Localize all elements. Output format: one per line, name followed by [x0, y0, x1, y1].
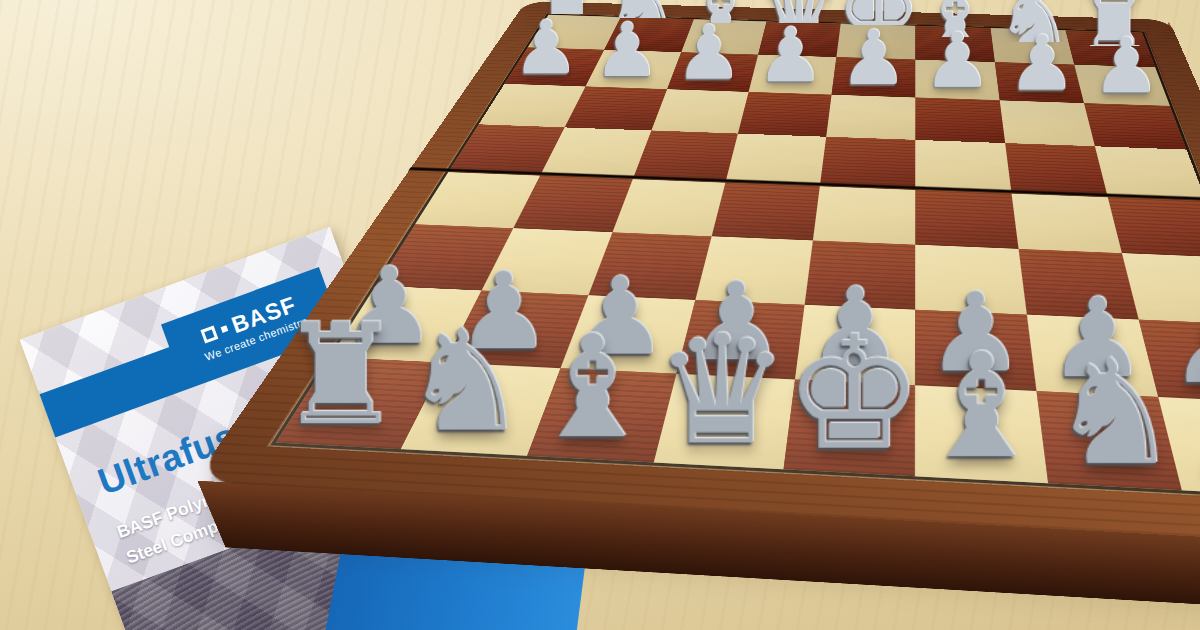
square-e4[interactable]	[813, 185, 915, 244]
board-frame: ♜♞♝♛♚♝♞♜♟♟♟♟♟♟♟♟♟♟♟♟♟♟♟♟♜♞♝♛♚♝♞♜	[194, 1, 1200, 548]
square-f1[interactable]: ♝	[915, 385, 1048, 483]
square-d6[interactable]	[738, 92, 831, 137]
square-c7[interactable]: ♟	[667, 52, 759, 92]
square-c4[interactable]	[612, 178, 726, 236]
piece-black-pawn[interactable]: ♟	[915, 25, 999, 97]
piece-black-pawn[interactable]: ♟	[1084, 30, 1168, 103]
piece-black-pawn[interactable]: ♟	[999, 27, 1083, 99]
square-f6[interactable]	[915, 97, 1005, 143]
square-e5[interactable]	[820, 137, 915, 189]
square-h4[interactable]	[1108, 196, 1200, 257]
square-g1[interactable]: ♞	[1036, 391, 1182, 490]
piece-black-pawn[interactable]: ♟	[505, 13, 587, 84]
board-tilt: ♜♞♝♛♚♝♞♜♟♟♟♟♟♟♟♟♟♟♟♟♟♟♟♟♜♞♝♛♚♝♞♜	[194, 1, 1200, 548]
piece-white-king[interactable]: ♚	[784, 320, 915, 468]
square-d1[interactable]: ♛	[654, 374, 795, 469]
square-d7[interactable]: ♟	[749, 55, 837, 95]
piece-white-rook[interactable]: ♜	[277, 309, 404, 442]
square-g4[interactable]	[1011, 192, 1122, 253]
piece-white-knight[interactable]: ♞	[401, 315, 529, 449]
square-g7[interactable]: ♟	[994, 62, 1084, 103]
square-f4[interactable]	[915, 189, 1018, 249]
square-h5[interactable]	[1095, 146, 1200, 199]
piece-black-pawn[interactable]: ♟	[667, 18, 750, 89]
square-h7[interactable]: ♟	[1074, 65, 1169, 106]
square-d4[interactable]	[712, 181, 820, 240]
piece-white-rook[interactable]: ♜	[1182, 350, 1200, 489]
piece-white-bishop[interactable]: ♝	[527, 321, 656, 456]
chess-board: ♜♞♝♛♚♝♞♜♟♟♟♟♟♟♟♟♟♟♟♟♟♟♟♟♜♞♝♛♚♝♞♜	[270, 14, 1200, 501]
piece-white-knight[interactable]: ♞	[1048, 344, 1180, 482]
square-f7[interactable]: ♟	[915, 60, 999, 101]
square-g5[interactable]	[1005, 143, 1108, 196]
square-e6[interactable]	[826, 95, 915, 140]
photo-stage: BASF We create chemistry Ultrafuse 316L …	[0, 0, 1200, 630]
piece-black-pawn[interactable]: ♟	[832, 22, 915, 94]
piece-white-queen[interactable]: ♛	[654, 319, 784, 462]
square-h6[interactable]	[1084, 103, 1186, 150]
square-d5[interactable]	[726, 134, 826, 185]
square-g6[interactable]	[999, 100, 1095, 146]
board-front-edge	[197, 481, 1200, 615]
chess-board-scene: ♜♞♝♛♚♝♞♜♟♟♟♟♟♟♟♟♟♟♟♟♟♟♟♟♜♞♝♛♚♝♞♜	[0, 0, 1200, 630]
square-e1[interactable]: ♚	[783, 380, 914, 477]
square-f5[interactable]	[915, 140, 1011, 192]
piece-black-pawn[interactable]: ♟	[586, 15, 668, 86]
piece-white-bishop[interactable]: ♝	[915, 338, 1047, 475]
square-c6[interactable]	[651, 89, 749, 134]
piece-black-pawn[interactable]: ♟	[749, 20, 832, 91]
square-c5[interactable]	[633, 131, 738, 182]
square-e7[interactable]: ♟	[832, 57, 916, 97]
